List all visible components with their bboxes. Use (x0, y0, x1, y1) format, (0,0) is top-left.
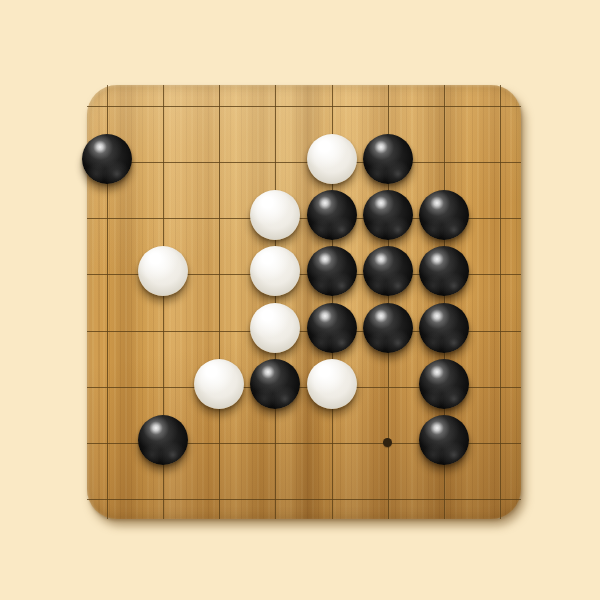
black-stone (363, 246, 413, 296)
black-stone (419, 190, 469, 240)
black-stone (419, 303, 469, 353)
grid-line-horizontal (87, 499, 521, 500)
grid-line-horizontal (87, 106, 521, 107)
black-stone (419, 415, 469, 465)
white-stone (307, 134, 357, 184)
white-stone (250, 246, 300, 296)
go-board[interactable] (87, 85, 521, 519)
white-stone (307, 359, 357, 409)
black-stone (250, 359, 300, 409)
black-stone (307, 303, 357, 353)
star-point (383, 438, 392, 447)
white-stone (194, 359, 244, 409)
white-stone (250, 190, 300, 240)
black-stone (363, 190, 413, 240)
black-stone (307, 246, 357, 296)
black-stone (419, 246, 469, 296)
grid-line-vertical (500, 85, 501, 519)
grid-line-vertical (219, 85, 220, 519)
black-stone (363, 303, 413, 353)
page-background (0, 0, 600, 600)
black-stone (82, 134, 132, 184)
black-stone (307, 190, 357, 240)
white-stone (250, 303, 300, 353)
black-stone (363, 134, 413, 184)
grid-line-vertical (275, 85, 276, 519)
grid-line-horizontal (87, 162, 521, 163)
white-stone (138, 246, 188, 296)
black-stone (138, 415, 188, 465)
black-stone (419, 359, 469, 409)
